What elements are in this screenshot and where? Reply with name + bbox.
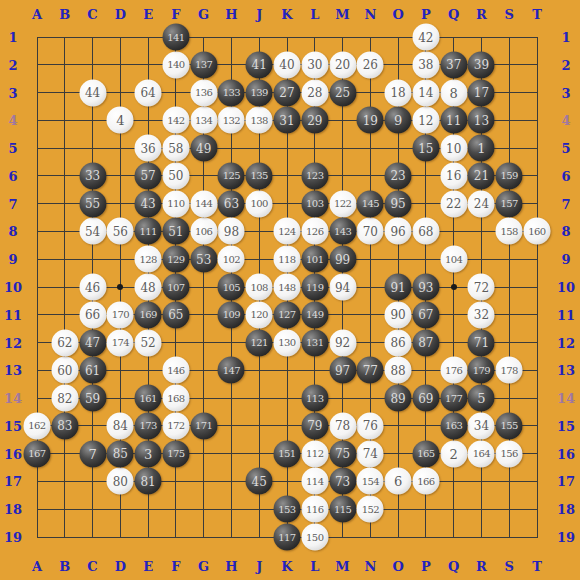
stone-black-G9[interactable]: 53 xyxy=(190,246,217,273)
stone-black-M9[interactable]: 99 xyxy=(329,246,356,273)
move-number: 173 xyxy=(139,421,156,431)
stone-black-L10[interactable]: 119 xyxy=(301,274,328,301)
stone-black-E17[interactable]: 81 xyxy=(135,468,162,495)
stone-white-J7[interactable]: 100 xyxy=(246,190,273,217)
move-number: 89 xyxy=(390,392,405,404)
row-label-left: 6 xyxy=(8,169,17,182)
move-number: 10 xyxy=(446,142,461,154)
move-number: 107 xyxy=(167,282,184,292)
column-label-bottom: J xyxy=(256,560,262,573)
row-label-right: 9 xyxy=(561,253,570,266)
stone-white-B13[interactable]: 60 xyxy=(51,357,78,384)
move-number: 41 xyxy=(252,59,267,71)
stone-black-C6[interactable]: 33 xyxy=(79,162,106,189)
move-number: 125 xyxy=(223,171,240,181)
move-number: 3 xyxy=(144,447,152,460)
stone-white-E3[interactable]: 64 xyxy=(135,79,162,106)
move-number: 90 xyxy=(390,309,405,321)
stone-black-K16[interactable]: 151 xyxy=(274,440,301,467)
stone-black-Q2[interactable]: 37 xyxy=(440,51,467,78)
stone-white-N16[interactable]: 74 xyxy=(357,440,384,467)
move-number: 85 xyxy=(113,448,128,460)
stone-black-S7[interactable]: 157 xyxy=(496,190,523,217)
stone-black-L12[interactable]: 131 xyxy=(301,329,328,356)
move-number: 157 xyxy=(501,199,518,209)
move-number: 164 xyxy=(473,449,490,459)
stone-white-O3[interactable]: 18 xyxy=(385,79,412,106)
stone-black-J6[interactable]: 135 xyxy=(246,162,273,189)
column-label-top: K xyxy=(281,8,292,21)
move-number: 18 xyxy=(390,87,405,99)
move-number: 131 xyxy=(306,338,323,348)
move-number: 141 xyxy=(167,32,184,42)
stone-black-E7[interactable]: 43 xyxy=(135,190,162,217)
stone-black-N13[interactable]: 77 xyxy=(357,357,384,384)
stone-white-J11[interactable]: 120 xyxy=(246,301,273,328)
stone-black-P5[interactable]: 15 xyxy=(412,135,439,162)
stone-white-F6[interactable]: 50 xyxy=(162,162,189,189)
stone-black-C16[interactable]: 7 xyxy=(79,440,106,467)
move-number: 151 xyxy=(278,449,295,459)
move-number: 108 xyxy=(251,282,268,292)
move-number: 87 xyxy=(418,337,433,349)
stone-black-J12[interactable]: 121 xyxy=(246,329,273,356)
stone-white-D4[interactable]: 4 xyxy=(107,107,134,134)
stone-black-F9[interactable]: 129 xyxy=(162,246,189,273)
stone-white-N17[interactable]: 154 xyxy=(357,468,384,495)
stone-white-M12[interactable]: 92 xyxy=(329,329,356,356)
row-label-right: 13 xyxy=(557,364,575,377)
stone-white-M2[interactable]: 20 xyxy=(329,51,356,78)
stone-black-O4[interactable]: 9 xyxy=(385,107,412,134)
move-number: 81 xyxy=(140,475,155,487)
column-label-bottom: D xyxy=(115,560,126,573)
move-number: 34 xyxy=(474,420,489,432)
move-number: 2 xyxy=(450,447,458,460)
stone-white-E10[interactable]: 48 xyxy=(135,274,162,301)
stone-white-F4[interactable]: 142 xyxy=(162,107,189,134)
stone-white-O13[interactable]: 88 xyxy=(385,357,412,384)
stone-black-K4[interactable]: 31 xyxy=(274,107,301,134)
move-number: 115 xyxy=(334,504,351,514)
stone-black-E15[interactable]: 173 xyxy=(135,412,162,439)
column-label-bottom: K xyxy=(281,560,292,573)
stone-white-R16[interactable]: 164 xyxy=(468,440,495,467)
stone-white-M15[interactable]: 78 xyxy=(329,412,356,439)
move-number: 30 xyxy=(307,59,322,71)
stone-black-R12[interactable]: 71 xyxy=(468,329,495,356)
row-label-left: 14 xyxy=(4,392,22,405)
stone-white-C3[interactable]: 44 xyxy=(79,79,106,106)
move-number: 146 xyxy=(167,365,184,375)
stone-black-G15[interactable]: 171 xyxy=(190,412,217,439)
stone-black-C12[interactable]: 47 xyxy=(79,329,106,356)
stone-black-R14[interactable]: 5 xyxy=(468,385,495,412)
move-number: 112 xyxy=(306,449,323,459)
stone-white-D15[interactable]: 84 xyxy=(107,412,134,439)
row-label-right: 10 xyxy=(557,281,575,294)
stone-white-G7[interactable]: 144 xyxy=(190,190,217,217)
stone-black-H3[interactable]: 133 xyxy=(218,79,245,106)
stone-white-L16[interactable]: 112 xyxy=(301,440,328,467)
stone-white-S16[interactable]: 156 xyxy=(496,440,523,467)
stone-white-O11[interactable]: 90 xyxy=(385,301,412,328)
stone-white-D8[interactable]: 56 xyxy=(107,218,134,245)
move-number: 114 xyxy=(306,476,323,486)
move-number: 117 xyxy=(278,532,295,542)
stone-white-J10[interactable]: 108 xyxy=(246,274,273,301)
move-number: 137 xyxy=(195,60,212,70)
stone-black-R4[interactable]: 13 xyxy=(468,107,495,134)
row-label-right: 15 xyxy=(557,419,575,432)
row-label-left: 19 xyxy=(4,531,22,544)
stone-white-K2[interactable]: 40 xyxy=(274,51,301,78)
stone-black-E16[interactable]: 3 xyxy=(135,440,162,467)
stone-black-M8[interactable]: 143 xyxy=(329,218,356,245)
column-label-bottom: N xyxy=(364,560,376,573)
stone-white-P8[interactable]: 68 xyxy=(412,218,439,245)
stone-white-G8[interactable]: 106 xyxy=(190,218,217,245)
stone-white-L17[interactable]: 114 xyxy=(301,468,328,495)
stone-black-C13[interactable]: 61 xyxy=(79,357,106,384)
stone-white-R7[interactable]: 24 xyxy=(468,190,495,217)
stone-white-Q9[interactable]: 104 xyxy=(440,246,467,273)
stone-white-Q13[interactable]: 176 xyxy=(440,357,467,384)
move-number: 60 xyxy=(57,364,72,376)
move-number: 75 xyxy=(335,448,350,460)
stone-black-F16[interactable]: 175 xyxy=(162,440,189,467)
stone-white-E12[interactable]: 52 xyxy=(135,329,162,356)
stone-black-A16[interactable]: 167 xyxy=(24,440,51,467)
move-number: 82 xyxy=(57,392,72,404)
column-label-top: P xyxy=(421,8,431,21)
stone-white-Q7[interactable]: 22 xyxy=(440,190,467,217)
stone-white-L2[interactable]: 30 xyxy=(301,51,328,78)
move-number: 71 xyxy=(474,337,489,349)
move-number: 55 xyxy=(85,198,100,210)
move-number: 162 xyxy=(28,421,45,431)
move-number: 152 xyxy=(362,504,379,514)
row-label-left: 10 xyxy=(4,281,22,294)
stone-black-K3[interactable]: 27 xyxy=(274,79,301,106)
column-label-top: M xyxy=(335,8,349,21)
move-number: 40 xyxy=(279,59,294,71)
move-number: 91 xyxy=(390,281,405,293)
move-number: 27 xyxy=(279,87,294,99)
stone-black-L4[interactable]: 29 xyxy=(301,107,328,134)
move-number: 5 xyxy=(477,392,485,405)
move-number: 129 xyxy=(167,254,184,264)
stone-black-E6[interactable]: 57 xyxy=(135,162,162,189)
move-number: 44 xyxy=(85,87,100,99)
stone-black-R5[interactable]: 1 xyxy=(468,135,495,162)
stone-white-N8[interactable]: 70 xyxy=(357,218,384,245)
stone-white-N2[interactable]: 26 xyxy=(357,51,384,78)
stone-white-H4[interactable]: 132 xyxy=(218,107,245,134)
move-number: 159 xyxy=(501,171,518,181)
stone-black-E8[interactable]: 111 xyxy=(135,218,162,245)
row-label-right: 7 xyxy=(561,197,570,210)
stone-black-S6[interactable]: 159 xyxy=(496,162,523,189)
move-number: 177 xyxy=(445,393,462,403)
stone-white-P17[interactable]: 166 xyxy=(412,468,439,495)
stone-white-B12[interactable]: 62 xyxy=(51,329,78,356)
stone-white-K12[interactable]: 130 xyxy=(274,329,301,356)
column-label-bottom: O xyxy=(392,560,403,573)
column-label-top: B xyxy=(59,8,70,21)
stone-black-G2[interactable]: 137 xyxy=(190,51,217,78)
stone-black-H11[interactable]: 109 xyxy=(218,301,245,328)
stone-black-R3[interactable]: 17 xyxy=(468,79,495,106)
row-label-left: 17 xyxy=(4,475,22,488)
stone-white-Q16[interactable]: 2 xyxy=(440,440,467,467)
stone-white-N18[interactable]: 152 xyxy=(357,496,384,523)
stone-white-F15[interactable]: 172 xyxy=(162,412,189,439)
move-number: 118 xyxy=(278,254,295,264)
stone-white-D11[interactable]: 170 xyxy=(107,301,134,328)
stone-black-N7[interactable]: 145 xyxy=(357,190,384,217)
stone-white-L8[interactable]: 126 xyxy=(301,218,328,245)
stone-black-F11[interactable]: 65 xyxy=(162,301,189,328)
stone-white-Q3[interactable]: 8 xyxy=(440,79,467,106)
stone-black-L15[interactable]: 79 xyxy=(301,412,328,439)
stone-black-O6[interactable]: 23 xyxy=(385,162,412,189)
stone-black-O14[interactable]: 89 xyxy=(385,385,412,412)
stone-white-S13[interactable]: 178 xyxy=(496,357,523,384)
stone-white-F5[interactable]: 58 xyxy=(162,135,189,162)
stone-white-F2[interactable]: 140 xyxy=(162,51,189,78)
stone-white-E5[interactable]: 36 xyxy=(135,135,162,162)
stone-white-D12[interactable]: 174 xyxy=(107,329,134,356)
move-number: 80 xyxy=(113,475,128,487)
move-number: 88 xyxy=(390,364,405,376)
stone-black-L14[interactable]: 113 xyxy=(301,385,328,412)
row-label-right: 3 xyxy=(561,86,570,99)
row-label-right: 4 xyxy=(561,114,570,127)
move-number: 14 xyxy=(418,87,433,99)
stone-white-H8[interactable]: 98 xyxy=(218,218,245,245)
stone-black-L7[interactable]: 103 xyxy=(301,190,328,217)
stone-black-J2[interactable]: 41 xyxy=(246,51,273,78)
stone-white-K10[interactable]: 148 xyxy=(274,274,301,301)
stone-black-E14[interactable]: 161 xyxy=(135,385,162,412)
stone-black-L9[interactable]: 101 xyxy=(301,246,328,273)
stone-white-R15[interactable]: 34 xyxy=(468,412,495,439)
stone-white-O17[interactable]: 6 xyxy=(385,468,412,495)
stone-black-K11[interactable]: 127 xyxy=(274,301,301,328)
stone-black-Q15[interactable]: 163 xyxy=(440,412,467,439)
move-number: 59 xyxy=(85,392,100,404)
move-number: 78 xyxy=(335,420,350,432)
stone-white-F7[interactable]: 110 xyxy=(162,190,189,217)
move-number: 64 xyxy=(140,87,155,99)
stone-black-P12[interactable]: 87 xyxy=(412,329,439,356)
move-number: 132 xyxy=(223,115,240,125)
row-label-left: 7 xyxy=(8,197,17,210)
move-number: 136 xyxy=(195,88,212,98)
stone-black-Q14[interactable]: 177 xyxy=(440,385,467,412)
stone-black-G5[interactable]: 49 xyxy=(190,135,217,162)
star-point xyxy=(451,284,457,290)
stone-white-Q6[interactable]: 16 xyxy=(440,162,467,189)
stone-black-B15[interactable]: 83 xyxy=(51,412,78,439)
stone-white-P3[interactable]: 14 xyxy=(412,79,439,106)
move-number: 63 xyxy=(224,198,239,210)
stone-white-E9[interactable]: 128 xyxy=(135,246,162,273)
move-number: 163 xyxy=(445,421,462,431)
move-number: 6 xyxy=(394,475,402,488)
stone-white-F14[interactable]: 168 xyxy=(162,385,189,412)
stone-white-L3[interactable]: 28 xyxy=(301,79,328,106)
stone-white-C10[interactable]: 46 xyxy=(79,274,106,301)
column-label-bottom: H xyxy=(225,560,237,573)
column-label-top: G xyxy=(198,8,209,21)
move-number: 119 xyxy=(306,282,323,292)
column-label-top: S xyxy=(505,8,514,21)
stone-black-H13[interactable]: 147 xyxy=(218,357,245,384)
stone-black-R2[interactable]: 39 xyxy=(468,51,495,78)
move-number: 65 xyxy=(168,309,183,321)
move-number: 144 xyxy=(195,199,212,209)
move-number: 51 xyxy=(168,225,183,237)
column-label-bottom: G xyxy=(198,560,209,573)
move-number: 143 xyxy=(334,226,351,236)
move-number: 139 xyxy=(251,88,268,98)
stone-white-T8[interactable]: 160 xyxy=(524,218,551,245)
move-number: 96 xyxy=(390,225,405,237)
move-number: 86 xyxy=(390,337,405,349)
column-label-bottom: Q xyxy=(448,560,459,573)
stone-black-P16[interactable]: 165 xyxy=(412,440,439,467)
stone-black-F1[interactable]: 141 xyxy=(162,24,189,51)
move-number: 148 xyxy=(278,282,295,292)
stone-white-P2[interactable]: 38 xyxy=(412,51,439,78)
move-number: 20 xyxy=(335,59,350,71)
move-number: 24 xyxy=(474,198,489,210)
move-number: 140 xyxy=(167,60,184,70)
move-number: 33 xyxy=(85,170,100,182)
stone-black-Q4[interactable]: 11 xyxy=(440,107,467,134)
move-number: 83 xyxy=(57,420,72,432)
move-number: 123 xyxy=(306,171,323,181)
stone-black-N4[interactable]: 19 xyxy=(357,107,384,134)
move-number: 160 xyxy=(528,226,545,236)
stone-black-M3[interactable]: 25 xyxy=(329,79,356,106)
stone-white-R11[interactable]: 32 xyxy=(468,301,495,328)
stone-white-R10[interactable]: 72 xyxy=(468,274,495,301)
move-number: 174 xyxy=(112,338,129,348)
move-number: 36 xyxy=(140,142,155,154)
stone-black-M18[interactable]: 115 xyxy=(329,496,356,523)
stone-white-N15[interactable]: 76 xyxy=(357,412,384,439)
stone-white-A15[interactable]: 162 xyxy=(24,412,51,439)
stone-black-P10[interactable]: 93 xyxy=(412,274,439,301)
stone-white-C8[interactable]: 54 xyxy=(79,218,106,245)
stone-white-M7[interactable]: 122 xyxy=(329,190,356,217)
move-number: 57 xyxy=(140,170,155,182)
stone-white-D17[interactable]: 80 xyxy=(107,468,134,495)
stone-black-F8[interactable]: 51 xyxy=(162,218,189,245)
stone-black-H6[interactable]: 125 xyxy=(218,162,245,189)
stone-white-B14[interactable]: 82 xyxy=(51,385,78,412)
move-number: 178 xyxy=(501,365,518,375)
move-number: 53 xyxy=(196,253,211,265)
stone-white-L19[interactable]: 150 xyxy=(301,524,328,551)
stone-black-J17[interactable]: 45 xyxy=(246,468,273,495)
stone-white-Q5[interactable]: 10 xyxy=(440,135,467,162)
stone-white-M10[interactable]: 94 xyxy=(329,274,356,301)
column-label-top: R xyxy=(476,8,487,21)
move-number: 66 xyxy=(85,309,100,321)
stone-white-G3[interactable]: 136 xyxy=(190,79,217,106)
stone-white-O8[interactable]: 96 xyxy=(385,218,412,245)
stone-black-C14[interactable]: 59 xyxy=(79,385,106,412)
stone-black-H7[interactable]: 63 xyxy=(218,190,245,217)
move-number: 122 xyxy=(334,199,351,209)
stone-white-C11[interactable]: 66 xyxy=(79,301,106,328)
move-number: 84 xyxy=(113,420,128,432)
move-number: 94 xyxy=(335,281,350,293)
stone-white-H9[interactable]: 102 xyxy=(218,246,245,273)
stone-black-O7[interactable]: 95 xyxy=(385,190,412,217)
stone-black-M17[interactable]: 73 xyxy=(329,468,356,495)
stone-white-F13[interactable]: 146 xyxy=(162,357,189,384)
stone-black-L6[interactable]: 123 xyxy=(301,162,328,189)
stone-black-L11[interactable]: 149 xyxy=(301,301,328,328)
stone-white-L18[interactable]: 116 xyxy=(301,496,328,523)
stone-white-G4[interactable]: 134 xyxy=(190,107,217,134)
grid-line-horizontal xyxy=(37,37,538,38)
move-number: 128 xyxy=(139,254,156,264)
move-number: 92 xyxy=(335,337,350,349)
stone-black-K18[interactable]: 153 xyxy=(274,496,301,523)
stone-white-J4[interactable]: 138 xyxy=(246,107,273,134)
stone-black-M13[interactable]: 97 xyxy=(329,357,356,384)
stone-white-P4[interactable]: 12 xyxy=(412,107,439,134)
move-number: 12 xyxy=(418,114,433,126)
stone-black-D16[interactable]: 85 xyxy=(107,440,134,467)
stone-white-S8[interactable]: 158 xyxy=(496,218,523,245)
stone-white-O12[interactable]: 86 xyxy=(385,329,412,356)
stone-black-O10[interactable]: 91 xyxy=(385,274,412,301)
move-number: 8 xyxy=(450,86,458,99)
stone-black-C7[interactable]: 55 xyxy=(79,190,106,217)
move-number: 56 xyxy=(113,225,128,237)
stone-black-E11[interactable]: 169 xyxy=(135,301,162,328)
stone-black-R6[interactable]: 21 xyxy=(468,162,495,189)
stone-white-K9[interactable]: 118 xyxy=(274,246,301,273)
row-label-right: 2 xyxy=(561,58,570,71)
stone-black-P14[interactable]: 69 xyxy=(412,385,439,412)
stone-white-K8[interactable]: 124 xyxy=(274,218,301,245)
stone-black-H10[interactable]: 105 xyxy=(218,274,245,301)
move-number: 23 xyxy=(390,170,405,182)
stone-black-S15[interactable]: 155 xyxy=(496,412,523,439)
move-number: 101 xyxy=(306,254,323,264)
move-number: 142 xyxy=(167,115,184,125)
stone-black-M16[interactable]: 75 xyxy=(329,440,356,467)
stone-black-R13[interactable]: 179 xyxy=(468,357,495,384)
column-label-top: A xyxy=(32,8,42,21)
stone-black-K19[interactable]: 117 xyxy=(274,524,301,551)
go-board[interactable]: AABBCCDDEEFFGGHHJJKKLLMMNNOOPPQQRRSSTT11… xyxy=(0,0,580,580)
move-number: 54 xyxy=(85,225,100,237)
stone-black-J3[interactable]: 139 xyxy=(246,79,273,106)
stone-black-F10[interactable]: 107 xyxy=(162,274,189,301)
column-label-bottom: S xyxy=(505,560,514,573)
stone-white-P1[interactable]: 42 xyxy=(412,24,439,51)
stone-black-P11[interactable]: 67 xyxy=(412,301,439,328)
